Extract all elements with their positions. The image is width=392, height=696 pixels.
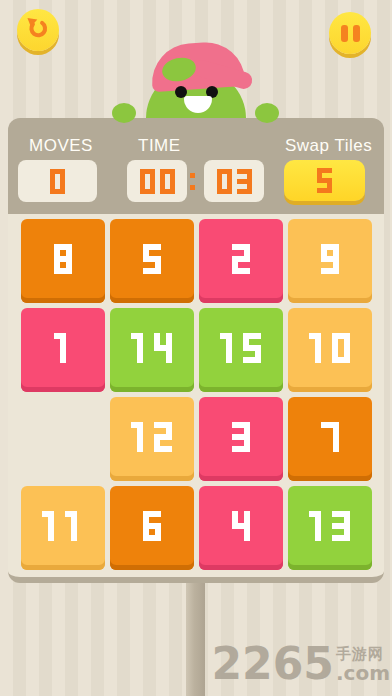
tile-number: [232, 244, 250, 274]
tile-9[interactable]: [288, 219, 372, 303]
tile-15[interactable]: [199, 308, 283, 392]
tile-1[interactable]: [21, 308, 105, 392]
mascot-hand-right: [255, 103, 279, 123]
tile-8[interactable]: [21, 219, 105, 303]
tile-number: [232, 511, 250, 541]
moves-label: MOVES: [29, 136, 93, 156]
tile-5[interactable]: [110, 219, 194, 303]
tile-7[interactable]: [288, 397, 372, 481]
tile-number: [321, 422, 339, 452]
pause-button[interactable]: [329, 12, 371, 54]
watermark-dotcom: .com: [336, 664, 390, 682]
watermark: 2265 手游网 .com: [211, 645, 390, 682]
tile-number: [143, 511, 161, 541]
scoreboard-panel: MOVES TIME Swap Tiles: [8, 118, 384, 214]
tile-11[interactable]: [21, 486, 105, 570]
tile-number: [232, 422, 250, 452]
pause-icon: [341, 25, 360, 42]
tile-6[interactable]: [110, 486, 194, 570]
restart-button[interactable]: [17, 9, 59, 51]
time-seconds-value: [217, 169, 252, 194]
signpost-pole: [186, 583, 205, 696]
tile-10[interactable]: [288, 308, 372, 392]
tile-13[interactable]: [288, 486, 372, 570]
tile-number: [220, 333, 261, 363]
tile-number: [54, 333, 72, 363]
restart-icon: [23, 13, 53, 47]
mascot-hand-left: [112, 103, 136, 123]
time-minutes-display: [127, 160, 187, 202]
time-seconds-display: [204, 160, 264, 202]
tile-number: [309, 333, 350, 363]
tile-14[interactable]: [110, 308, 194, 392]
time-label: TIME: [138, 136, 181, 156]
puzzle-grid: [21, 219, 372, 570]
swap-tiles-count: [317, 168, 332, 193]
time-minutes-value: [140, 169, 175, 194]
tile-number: [143, 244, 161, 274]
moves-display: [18, 160, 97, 202]
tile-number: [309, 511, 350, 541]
tile-number: [321, 244, 339, 274]
tile-number: [131, 422, 172, 452]
time-colon: [190, 160, 195, 202]
empty-cell: [21, 397, 105, 481]
puzzle-board: [8, 214, 384, 583]
tile-4[interactable]: [199, 486, 283, 570]
tile-12[interactable]: [110, 397, 194, 481]
swap-tiles-button[interactable]: [284, 160, 365, 201]
watermark-2265: 2265: [211, 646, 333, 682]
tile-number: [131, 333, 172, 363]
tile-3[interactable]: [199, 397, 283, 481]
tile-2[interactable]: [199, 219, 283, 303]
tile-number: [42, 511, 83, 541]
swap-tiles-label: Swap Tiles: [285, 136, 372, 156]
tile-number: [54, 244, 72, 274]
moves-value: [50, 169, 65, 194]
